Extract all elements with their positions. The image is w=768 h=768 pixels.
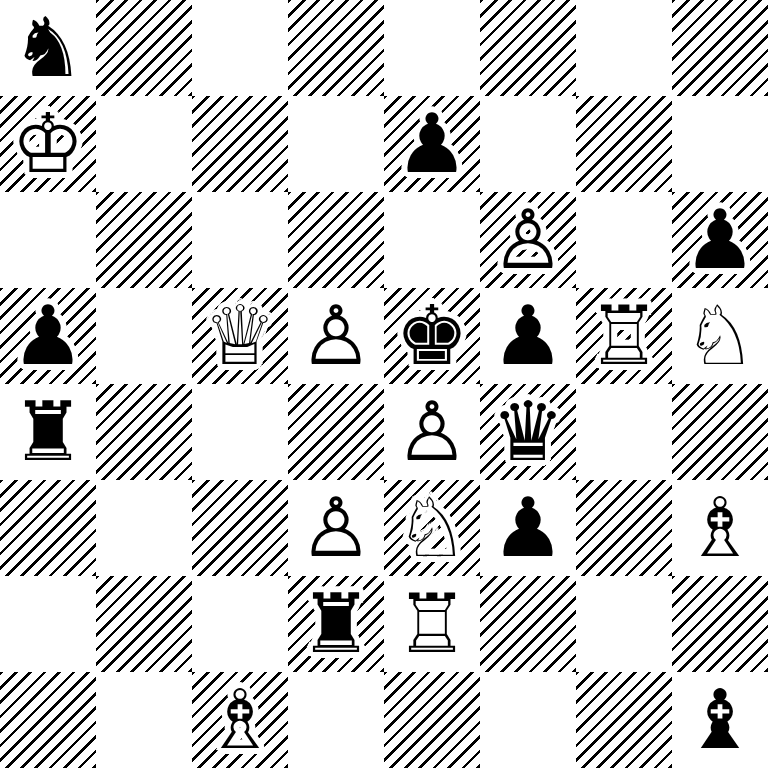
square-c3[interactable] [192,480,288,576]
square-a5[interactable]: ♟ [0,288,96,384]
square-e4[interactable]: ♙ [384,384,480,480]
piece-black-rook: ♜ [299,576,373,672]
square-b1[interactable] [96,672,192,768]
square-f1[interactable] [480,672,576,768]
square-g2[interactable] [576,576,672,672]
square-b4[interactable] [96,384,192,480]
square-a4[interactable]: ♜ [0,384,96,480]
square-a7[interactable]: ♔ [0,96,96,192]
piece-black-knight: ♞ [11,0,85,96]
piece-white-king: ♔ [11,96,85,192]
square-e7[interactable]: ♟ [384,96,480,192]
square-h7[interactable] [672,96,768,192]
square-f5[interactable]: ♟ [480,288,576,384]
chess-board: ♞♔♟♙♟♟♕♙♚♟♖♘♜♙♛♙♘♟♗♜♖♗♝ [0,0,768,768]
square-b5[interactable] [96,288,192,384]
square-h8[interactable] [672,0,768,96]
square-e3[interactable]: ♘ [384,480,480,576]
square-h5[interactable]: ♘ [672,288,768,384]
square-d1[interactable] [288,672,384,768]
square-g5[interactable]: ♖ [576,288,672,384]
square-e8[interactable] [384,0,480,96]
square-h2[interactable] [672,576,768,672]
square-a3[interactable] [0,480,96,576]
square-d5[interactable]: ♙ [288,288,384,384]
square-d7[interactable] [288,96,384,192]
square-b7[interactable] [96,96,192,192]
square-a2[interactable] [0,576,96,672]
piece-black-pawn: ♟ [491,480,565,576]
square-g3[interactable] [576,480,672,576]
piece-black-bishop: ♝ [683,672,757,768]
square-d6[interactable] [288,192,384,288]
piece-black-pawn: ♟ [395,96,469,192]
square-g4[interactable] [576,384,672,480]
square-a6[interactable] [0,192,96,288]
square-g6[interactable] [576,192,672,288]
square-h1[interactable]: ♝ [672,672,768,768]
square-e5[interactable]: ♚ [384,288,480,384]
square-e6[interactable] [384,192,480,288]
square-h6[interactable]: ♟ [672,192,768,288]
square-e1[interactable] [384,672,480,768]
square-c6[interactable] [192,192,288,288]
piece-black-queen: ♛ [491,384,565,480]
square-b3[interactable] [96,480,192,576]
square-b2[interactable] [96,576,192,672]
piece-white-pawn: ♙ [299,480,373,576]
piece-white-pawn: ♙ [299,288,373,384]
square-f8[interactable] [480,0,576,96]
square-c1[interactable]: ♗ [192,672,288,768]
piece-white-knight: ♘ [395,480,469,576]
square-h3[interactable]: ♗ [672,480,768,576]
square-f6[interactable]: ♙ [480,192,576,288]
piece-white-queen: ♕ [203,288,277,384]
square-c5[interactable]: ♕ [192,288,288,384]
piece-white-bishop: ♗ [683,480,757,576]
square-b8[interactable] [96,0,192,96]
piece-black-pawn: ♟ [11,288,85,384]
square-b6[interactable] [96,192,192,288]
piece-black-pawn: ♟ [491,288,565,384]
square-d3[interactable]: ♙ [288,480,384,576]
piece-white-pawn: ♙ [491,192,565,288]
piece-white-knight: ♘ [683,288,757,384]
square-d4[interactable] [288,384,384,480]
square-f7[interactable] [480,96,576,192]
piece-white-rook: ♖ [587,288,661,384]
square-g8[interactable] [576,0,672,96]
square-d2[interactable]: ♜ [288,576,384,672]
piece-white-pawn: ♙ [395,384,469,480]
square-d8[interactable] [288,0,384,96]
piece-black-pawn: ♟ [683,192,757,288]
piece-black-rook: ♜ [11,384,85,480]
square-g7[interactable] [576,96,672,192]
square-e2[interactable]: ♖ [384,576,480,672]
square-c8[interactable] [192,0,288,96]
square-c2[interactable] [192,576,288,672]
square-g1[interactable] [576,672,672,768]
piece-white-bishop: ♗ [203,672,277,768]
square-c7[interactable] [192,96,288,192]
square-a1[interactable] [0,672,96,768]
square-a8[interactable]: ♞ [0,0,96,96]
square-f3[interactable]: ♟ [480,480,576,576]
square-h4[interactable] [672,384,768,480]
piece-white-rook: ♖ [395,576,469,672]
square-c4[interactable] [192,384,288,480]
square-f4[interactable]: ♛ [480,384,576,480]
piece-black-king: ♚ [395,288,469,384]
square-f2[interactable] [480,576,576,672]
